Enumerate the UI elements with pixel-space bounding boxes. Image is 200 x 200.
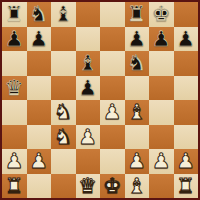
square-b1[interactable] (27, 174, 52, 199)
piece-black-king: ♚ (152, 2, 171, 26)
square-e7[interactable] (100, 27, 125, 52)
square-b6[interactable] (27, 51, 52, 76)
square-a6[interactable] (2, 51, 27, 76)
square-g7[interactable]: ♟ (149, 27, 174, 52)
square-f5[interactable] (125, 76, 150, 101)
square-a2[interactable]: ♟ (2, 149, 27, 174)
square-b3[interactable] (27, 125, 52, 150)
square-g4[interactable] (149, 100, 174, 125)
piece-white-rook: ♜ (176, 174, 195, 198)
square-h7[interactable]: ♟ (174, 27, 199, 52)
piece-white-pawn: ♟ (78, 125, 97, 149)
square-c3[interactable]: ♞ (51, 125, 76, 150)
square-d5[interactable]: ♟ (76, 76, 101, 101)
square-g5[interactable] (149, 76, 174, 101)
square-a7[interactable]: ♟ (2, 27, 27, 52)
piece-white-pawn: ♟ (29, 149, 48, 173)
square-f2[interactable]: ♟ (125, 149, 150, 174)
piece-white-knight: ♞ (54, 125, 73, 149)
square-c8[interactable]: ♝ (51, 2, 76, 27)
square-g8[interactable]: ♚ (149, 2, 174, 27)
square-d2[interactable] (76, 149, 101, 174)
square-g3[interactable] (149, 125, 174, 150)
square-c7[interactable] (51, 27, 76, 52)
piece-white-pawn: ♟ (152, 149, 171, 173)
square-b7[interactable]: ♟ (27, 27, 52, 52)
square-f3[interactable] (125, 125, 150, 150)
piece-black-bishop: ♝ (54, 2, 73, 26)
piece-black-queen: ♛ (5, 76, 24, 100)
square-g2[interactable]: ♟ (149, 149, 174, 174)
piece-black-bishop: ♝ (78, 51, 97, 75)
square-f6[interactable]: ♞ (125, 51, 150, 76)
piece-black-pawn: ♟ (152, 27, 171, 51)
square-h4[interactable] (174, 100, 199, 125)
piece-black-pawn: ♟ (127, 27, 146, 51)
square-b8[interactable]: ♞ (27, 2, 52, 27)
square-a5[interactable]: ♛ (2, 76, 27, 101)
square-a8[interactable]: ♜ (2, 2, 27, 27)
piece-black-pawn: ♟ (29, 27, 48, 51)
piece-white-queen: ♛ (78, 174, 97, 198)
square-a4[interactable] (2, 100, 27, 125)
square-f7[interactable]: ♟ (125, 27, 150, 52)
piece-white-pawn: ♟ (176, 149, 195, 173)
square-f1[interactable]: ♝ (125, 174, 150, 199)
square-b2[interactable]: ♟ (27, 149, 52, 174)
square-h2[interactable]: ♟ (174, 149, 199, 174)
piece-white-pawn: ♟ (5, 149, 24, 173)
square-e3[interactable] (100, 125, 125, 150)
square-d4[interactable] (76, 100, 101, 125)
piece-white-knight: ♞ (54, 100, 73, 124)
piece-black-pawn: ♟ (78, 76, 97, 100)
square-f4[interactable]: ♝ (125, 100, 150, 125)
square-h1[interactable]: ♜ (174, 174, 199, 199)
square-d1[interactable]: ♛ (76, 174, 101, 199)
square-e4[interactable]: ♟ (100, 100, 125, 125)
square-d3[interactable]: ♟ (76, 125, 101, 150)
square-h5[interactable] (174, 76, 199, 101)
piece-white-pawn: ♟ (103, 100, 122, 124)
square-a3[interactable] (2, 125, 27, 150)
square-e1[interactable]: ♚ (100, 174, 125, 199)
square-e5[interactable] (100, 76, 125, 101)
piece-white-rook: ♜ (5, 174, 24, 198)
piece-white-pawn: ♟ (127, 149, 146, 173)
piece-black-knight: ♞ (127, 51, 146, 75)
square-c1[interactable] (51, 174, 76, 199)
square-f8[interactable]: ♜ (125, 2, 150, 27)
square-g6[interactable] (149, 51, 174, 76)
square-h3[interactable] (174, 125, 199, 150)
piece-black-rook: ♜ (5, 2, 24, 26)
square-d8[interactable] (76, 2, 101, 27)
piece-white-bishop: ♝ (127, 174, 146, 198)
square-e8[interactable] (100, 2, 125, 27)
square-c5[interactable] (51, 76, 76, 101)
square-c4[interactable]: ♞ (51, 100, 76, 125)
piece-black-pawn: ♟ (176, 27, 195, 51)
square-c6[interactable] (51, 51, 76, 76)
piece-black-pawn: ♟ (5, 27, 24, 51)
square-b4[interactable] (27, 100, 52, 125)
square-b5[interactable] (27, 76, 52, 101)
square-c2[interactable] (51, 149, 76, 174)
square-g1[interactable] (149, 174, 174, 199)
square-h6[interactable] (174, 51, 199, 76)
square-e2[interactable] (100, 149, 125, 174)
square-a1[interactable]: ♜ (2, 174, 27, 199)
piece-black-knight: ♞ (29, 2, 48, 26)
piece-white-bishop: ♝ (127, 100, 146, 124)
square-d6[interactable]: ♝ (76, 51, 101, 76)
square-h8[interactable] (174, 2, 199, 27)
piece-black-rook: ♜ (127, 2, 146, 26)
square-d7[interactable] (76, 27, 101, 52)
square-e6[interactable] (100, 51, 125, 76)
chess-board: ♜♞♝♜♚♟♟♟♟♟♝♞♛♟♞♟♝♞♟♟♟♟♟♟♜♛♚♝♜ (0, 0, 200, 200)
piece-white-king: ♚ (103, 174, 122, 198)
